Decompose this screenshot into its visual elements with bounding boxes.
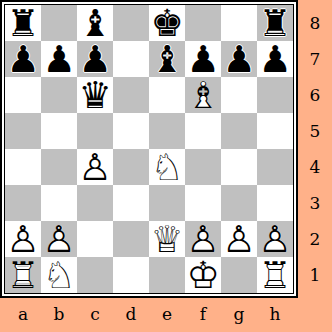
black-bishop-piece: ♝ — [149, 41, 185, 77]
square-e3[interactable] — [149, 185, 185, 221]
white-pawn-piece-fill: ♟ — [221, 221, 257, 257]
file-label-g: g — [221, 299, 257, 331]
white-bishop-piece-fill: ♝ — [185, 77, 221, 113]
square-a3[interactable] — [5, 185, 41, 221]
square-h1[interactable]: ♜♖ — [257, 257, 293, 293]
rank-label-2: 2 — [299, 221, 331, 257]
square-b1[interactable]: ♞♘ — [41, 257, 77, 293]
square-a6[interactable] — [5, 77, 41, 113]
square-a8[interactable]: ♜ — [5, 5, 41, 41]
square-f2[interactable]: ♟♙ — [185, 221, 221, 257]
square-e5[interactable] — [149, 113, 185, 149]
rank-label-4: 4 — [299, 149, 331, 185]
rank-label-6: 6 — [299, 77, 331, 113]
file-label-c: c — [77, 299, 113, 331]
square-c2[interactable] — [77, 221, 113, 257]
square-d5[interactable] — [113, 113, 149, 149]
square-h8[interactable]: ♜ — [257, 5, 293, 41]
square-b4[interactable] — [41, 149, 77, 185]
white-pawn-piece: ♙ — [77, 149, 113, 185]
white-rook-piece: ♖ — [5, 257, 41, 293]
rank-label-5: 5 — [299, 113, 331, 149]
file-label-e: e — [149, 299, 185, 331]
square-f6[interactable]: ♝♗ — [185, 77, 221, 113]
square-c7[interactable]: ♟ — [77, 41, 113, 77]
square-a5[interactable] — [5, 113, 41, 149]
white-king-piece-fill: ♚ — [185, 257, 221, 293]
white-pawn-piece-fill: ♟ — [77, 149, 113, 185]
square-b7[interactable]: ♟ — [41, 41, 77, 77]
rank-label-3: 3 — [299, 185, 331, 221]
white-pawn-piece-fill: ♟ — [41, 221, 77, 257]
black-queen-piece: ♛ — [77, 77, 113, 113]
square-e6[interactable] — [149, 77, 185, 113]
square-e8[interactable]: ♚ — [149, 5, 185, 41]
square-h5[interactable] — [257, 113, 293, 149]
square-g2[interactable]: ♟♙ — [221, 221, 257, 257]
square-d4[interactable] — [113, 149, 149, 185]
square-d8[interactable] — [113, 5, 149, 41]
black-pawn-piece: ♟ — [221, 41, 257, 77]
square-d7[interactable] — [113, 41, 149, 77]
square-c8[interactable]: ♝ — [77, 5, 113, 41]
square-f7[interactable]: ♟ — [185, 41, 221, 77]
file-label-d: d — [113, 299, 149, 331]
square-d6[interactable] — [113, 77, 149, 113]
square-b2[interactable]: ♟♙ — [41, 221, 77, 257]
square-g1[interactable] — [221, 257, 257, 293]
square-d3[interactable] — [113, 185, 149, 221]
square-c6[interactable]: ♛ — [77, 77, 113, 113]
square-g5[interactable] — [221, 113, 257, 149]
file-label-a: a — [5, 299, 41, 331]
white-knight-piece: ♘ — [149, 149, 185, 185]
square-f8[interactable] — [185, 5, 221, 41]
square-a1[interactable]: ♜♖ — [5, 257, 41, 293]
rank-label-7: 7 — [299, 41, 331, 77]
black-pawn-piece: ♟ — [5, 41, 41, 77]
square-g4[interactable] — [221, 149, 257, 185]
square-h4[interactable] — [257, 149, 293, 185]
white-pawn-piece: ♙ — [185, 221, 221, 257]
white-queen-piece: ♕ — [149, 221, 185, 257]
chess-board-frame: ♜♝♚♜♟♟♟♝♟♟♟♛♝♗♟♙♞♘♟♙♟♙♛♕♟♙♟♙♟♙♜♖♞♘♚♔♜♖ — [0, 0, 298, 298]
square-g8[interactable] — [221, 5, 257, 41]
white-knight-piece-fill: ♞ — [149, 149, 185, 185]
board-frame-gap: ♜♝♚♜♟♟♟♝♟♟♟♛♝♗♟♙♞♘♟♙♟♙♛♕♟♙♟♙♟♙♜♖♞♘♚♔♜♖ — [2, 2, 296, 296]
white-rook-piece-fill: ♜ — [5, 257, 41, 293]
square-f4[interactable] — [185, 149, 221, 185]
black-pawn-piece: ♟ — [185, 41, 221, 77]
file-label-b: b — [41, 299, 77, 331]
board-frame-inner: ♜♝♚♜♟♟♟♝♟♟♟♛♝♗♟♙♞♘♟♙♟♙♛♕♟♙♟♙♟♙♜♖♞♘♚♔♜♖ — [4, 4, 294, 294]
square-d1[interactable] — [113, 257, 149, 293]
file-label-f: f — [185, 299, 221, 331]
square-a2[interactable]: ♟♙ — [5, 221, 41, 257]
black-rook-piece: ♜ — [5, 5, 41, 41]
white-queen-piece-fill: ♛ — [149, 221, 185, 257]
square-c5[interactable] — [77, 113, 113, 149]
square-e7[interactable]: ♝ — [149, 41, 185, 77]
square-b3[interactable] — [41, 185, 77, 221]
square-b5[interactable] — [41, 113, 77, 149]
black-bishop-piece: ♝ — [77, 5, 113, 41]
white-knight-piece-fill: ♞ — [41, 257, 77, 293]
white-knight-piece: ♘ — [41, 257, 77, 293]
file-label-h: h — [257, 299, 293, 331]
chess-app: ♜♝♚♜♟♟♟♝♟♟♟♛♝♗♟♙♞♘♟♙♟♙♛♕♟♙♟♙♟♙♜♖♞♘♚♔♜♖ 8… — [0, 0, 332, 332]
square-e2[interactable]: ♛♕ — [149, 221, 185, 257]
white-pawn-piece: ♙ — [221, 221, 257, 257]
square-a7[interactable]: ♟ — [5, 41, 41, 77]
white-rook-piece-fill: ♜ — [257, 257, 293, 293]
black-pawn-piece: ♟ — [77, 41, 113, 77]
square-d2[interactable] — [113, 221, 149, 257]
square-h7[interactable]: ♟ — [257, 41, 293, 77]
square-b6[interactable] — [41, 77, 77, 113]
black-rook-piece: ♜ — [257, 5, 293, 41]
square-f1[interactable]: ♚♔ — [185, 257, 221, 293]
rank-label-1: 1 — [299, 257, 331, 293]
square-b8[interactable] — [41, 5, 77, 41]
white-rook-piece: ♖ — [257, 257, 293, 293]
square-c4[interactable]: ♟♙ — [77, 149, 113, 185]
square-a4[interactable] — [5, 149, 41, 185]
white-pawn-piece-fill: ♟ — [257, 221, 293, 257]
square-h2[interactable]: ♟♙ — [257, 221, 293, 257]
square-e1[interactable] — [149, 257, 185, 293]
white-pawn-piece: ♙ — [257, 221, 293, 257]
square-c3[interactable] — [77, 185, 113, 221]
white-pawn-piece-fill: ♟ — [185, 221, 221, 257]
black-pawn-piece: ♟ — [41, 41, 77, 77]
rank-label-8: 8 — [299, 5, 331, 41]
black-king-piece: ♚ — [149, 5, 185, 41]
white-pawn-piece-fill: ♟ — [5, 221, 41, 257]
white-king-piece: ♔ — [185, 257, 221, 293]
white-bishop-piece: ♗ — [185, 77, 221, 113]
square-h3[interactable] — [257, 185, 293, 221]
square-g3[interactable] — [221, 185, 257, 221]
white-pawn-piece: ♙ — [41, 221, 77, 257]
square-g7[interactable]: ♟ — [221, 41, 257, 77]
square-f5[interactable] — [185, 113, 221, 149]
square-f3[interactable] — [185, 185, 221, 221]
square-e4[interactable]: ♞♘ — [149, 149, 185, 185]
white-pawn-piece: ♙ — [5, 221, 41, 257]
chess-board: ♜♝♚♜♟♟♟♝♟♟♟♛♝♗♟♙♞♘♟♙♟♙♛♕♟♙♟♙♟♙♜♖♞♘♚♔♜♖ — [5, 5, 293, 293]
black-pawn-piece: ♟ — [257, 41, 293, 77]
square-h6[interactable] — [257, 77, 293, 113]
square-g6[interactable] — [221, 77, 257, 113]
square-c1[interactable] — [77, 257, 113, 293]
